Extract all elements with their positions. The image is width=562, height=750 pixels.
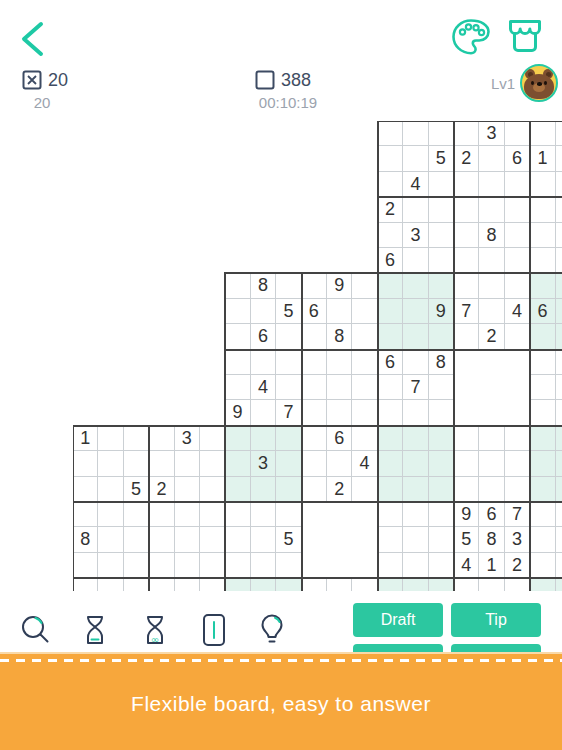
sudoku-cell[interactable]: 8 xyxy=(429,350,454,375)
sudoku-cell[interactable] xyxy=(403,324,428,349)
sudoku-cell[interactable] xyxy=(251,400,276,425)
sudoku-cell[interactable] xyxy=(556,527,562,552)
sudoku-cell[interactable] xyxy=(276,350,301,375)
sudoku-cell[interactable]: 2 xyxy=(149,477,174,502)
sudoku-cell[interactable]: 3 xyxy=(479,121,504,146)
sudoku-cell[interactable] xyxy=(149,553,174,578)
sudoku-cell[interactable] xyxy=(429,400,454,425)
timer: 00:10:19 xyxy=(243,94,333,111)
sudoku-cell[interactable] xyxy=(429,248,454,273)
sudoku-cell[interactable]: 1 xyxy=(530,146,555,171)
sudoku-cell[interactable]: 8 xyxy=(327,324,352,349)
hourglass-infinity-icon[interactable]: ∞ xyxy=(138,610,172,650)
sudoku-cell[interactable] xyxy=(124,527,149,552)
draft-button[interactable]: Draft xyxy=(353,603,443,637)
sudoku-cell[interactable] xyxy=(479,172,504,197)
hourglass-icon[interactable] xyxy=(78,610,112,650)
sudoku-cell[interactable] xyxy=(327,578,352,591)
sudoku-cell[interactable]: 8 xyxy=(73,527,98,552)
sudoku-cell[interactable] xyxy=(454,578,479,591)
sudoku-cell[interactable] xyxy=(505,426,530,451)
sudoku-cell[interactable] xyxy=(505,451,530,476)
sudoku-cell[interactable] xyxy=(556,172,562,197)
sudoku-cell[interactable] xyxy=(302,578,327,591)
sudoku-cell[interactable] xyxy=(403,527,428,552)
sudoku-cell[interactable] xyxy=(556,553,562,578)
sudoku-cell[interactable] xyxy=(479,248,504,273)
sudoku-cell[interactable]: 6 xyxy=(378,248,403,273)
sudoku-cell[interactable] xyxy=(352,578,377,591)
sudoku-cell[interactable]: 8 xyxy=(479,223,504,248)
sudoku-cell[interactable] xyxy=(276,375,301,400)
sudoku-cell[interactable] xyxy=(505,223,530,248)
sudoku-cell[interactable] xyxy=(225,426,250,451)
sudoku-cell[interactable] xyxy=(276,553,301,578)
sudoku-cell[interactable] xyxy=(200,502,225,527)
bear-nose xyxy=(537,82,542,86)
sudoku-cell[interactable]: 9 xyxy=(225,400,250,425)
sudoku-cell[interactable] xyxy=(530,477,555,502)
sudoku-cell[interactable] xyxy=(251,299,276,324)
sudoku-cell[interactable] xyxy=(479,451,504,476)
sudoku-cell[interactable] xyxy=(276,451,301,476)
app-screen: 20 20 388 00:10:19 Lv1 35261423868956974… xyxy=(0,0,562,750)
sudoku-cell[interactable] xyxy=(403,451,428,476)
sudoku-cell[interactable] xyxy=(276,502,301,527)
sudoku-cell[interactable]: 3 xyxy=(505,527,530,552)
sudoku-cell[interactable] xyxy=(276,578,301,591)
sudoku-cell[interactable] xyxy=(556,197,562,222)
sudoku-cell[interactable] xyxy=(225,578,250,591)
sudoku-cell[interactable] xyxy=(556,477,562,502)
sudoku-cell[interactable] xyxy=(403,273,428,298)
sudoku-cell[interactable] xyxy=(454,121,479,146)
sudoku-cell[interactable]: 4 xyxy=(403,172,428,197)
note-icon[interactable] xyxy=(197,610,231,650)
sudoku-cell[interactable] xyxy=(556,248,562,273)
sudoku-cell[interactable] xyxy=(225,273,250,298)
sudoku-cell[interactable] xyxy=(98,553,123,578)
sudoku-cell[interactable] xyxy=(98,502,123,527)
sudoku-cell[interactable] xyxy=(352,273,377,298)
sudoku-cell[interactable] xyxy=(454,451,479,476)
sudoku-cell[interactable] xyxy=(403,299,428,324)
sudoku-cell[interactable] xyxy=(327,299,352,324)
sudoku-cell[interactable] xyxy=(429,375,454,400)
avatar[interactable] xyxy=(520,64,558,102)
sudoku-cell[interactable] xyxy=(479,273,504,298)
sudoku-cell[interactable] xyxy=(505,324,530,349)
sudoku-cell[interactable]: 3 xyxy=(403,223,428,248)
sudoku-cell[interactable] xyxy=(429,121,454,146)
sudoku-cell[interactable] xyxy=(378,578,403,591)
sudoku-cell[interactable] xyxy=(378,299,403,324)
mistakes-icon xyxy=(22,70,42,90)
sudoku-cell[interactable] xyxy=(403,578,428,591)
sudoku-cell[interactable] xyxy=(251,350,276,375)
sudoku-cell[interactable] xyxy=(302,350,327,375)
sudoku-cell[interactable] xyxy=(403,197,428,222)
sudoku-cell[interactable] xyxy=(225,375,250,400)
sudoku-cell[interactable]: 6 xyxy=(479,502,504,527)
sudoku-cell[interactable] xyxy=(73,553,98,578)
sudoku-cell[interactable] xyxy=(149,426,174,451)
sudoku-cell[interactable] xyxy=(378,146,403,171)
sudoku-cell[interactable] xyxy=(327,375,352,400)
sudoku-cell[interactable] xyxy=(530,553,555,578)
sudoku-cell[interactable]: 2 xyxy=(505,553,530,578)
sudoku-cell[interactable] xyxy=(505,197,530,222)
sudoku-cell[interactable] xyxy=(225,527,250,552)
sudoku-cell[interactable] xyxy=(429,527,454,552)
sudoku-cell[interactable] xyxy=(403,477,428,502)
sudoku-cell[interactable]: 8 xyxy=(479,527,504,552)
shop-icon[interactable] xyxy=(505,16,545,58)
mistakes-sub: 20 xyxy=(20,94,64,111)
sudoku-cell[interactable] xyxy=(251,527,276,552)
sudoku-cell[interactable] xyxy=(327,400,352,425)
sudoku-cell[interactable] xyxy=(530,578,555,591)
sudoku-cell[interactable] xyxy=(378,172,403,197)
sudoku-cell[interactable] xyxy=(530,197,555,222)
sudoku-cell[interactable] xyxy=(505,273,530,298)
sudoku-cell[interactable] xyxy=(302,324,327,349)
sudoku-cell[interactable] xyxy=(429,324,454,349)
sudoku-cell[interactable] xyxy=(175,553,200,578)
sudoku-cell[interactable] xyxy=(352,426,377,451)
sudoku-cell[interactable] xyxy=(403,121,428,146)
sudoku-cell[interactable] xyxy=(225,350,250,375)
sudoku-cell[interactable]: 8 xyxy=(251,273,276,298)
sudoku-cell[interactable] xyxy=(378,324,403,349)
sudoku-cell[interactable] xyxy=(454,223,479,248)
sudoku-cell[interactable] xyxy=(556,121,562,146)
sudoku-cell[interactable] xyxy=(429,553,454,578)
sudoku-cell[interactable] xyxy=(327,350,352,375)
board: 3526142386895697466826847971363452296785… xyxy=(73,121,562,591)
sudoku-cell[interactable] xyxy=(378,273,403,298)
sudoku-cell[interactable] xyxy=(200,451,225,476)
mistakes-count: 20 xyxy=(48,70,68,91)
sudoku-cell[interactable] xyxy=(149,451,174,476)
sudoku-cell[interactable] xyxy=(530,426,555,451)
sudoku-cell[interactable] xyxy=(454,426,479,451)
sudoku-cell[interactable]: 7 xyxy=(403,375,428,400)
sudoku-cell[interactable] xyxy=(200,578,225,591)
sudoku-cell[interactable] xyxy=(352,400,377,425)
sudoku-cell[interactable] xyxy=(98,426,123,451)
sudoku-cell[interactable] xyxy=(302,400,327,425)
sudoku-cell[interactable] xyxy=(251,502,276,527)
sudoku-cell[interactable]: 6 xyxy=(251,324,276,349)
sudoku-cell[interactable] xyxy=(429,477,454,502)
sudoku-cell[interactable] xyxy=(530,121,555,146)
sudoku-cell[interactable] xyxy=(302,451,327,476)
sudoku-cell[interactable] xyxy=(225,299,250,324)
sudoku-cell[interactable] xyxy=(225,502,250,527)
sudoku-cell[interactable] xyxy=(556,578,562,591)
sudoku-cell[interactable] xyxy=(124,426,149,451)
sudoku-cell[interactable]: 7 xyxy=(454,299,479,324)
sudoku-cell[interactable] xyxy=(378,375,403,400)
sudoku-cell[interactable] xyxy=(175,477,200,502)
svg-text:∞: ∞ xyxy=(151,634,159,645)
sudoku-cell[interactable] xyxy=(479,477,504,502)
sudoku-cell[interactable] xyxy=(505,477,530,502)
sudoku-cell[interactable] xyxy=(378,553,403,578)
sudoku-cell[interactable]: 6 xyxy=(327,426,352,451)
sudoku-cell[interactable] xyxy=(505,248,530,273)
sudoku-cell[interactable] xyxy=(251,578,276,591)
sudoku-cell[interactable] xyxy=(225,553,250,578)
sudoku-cell[interactable] xyxy=(175,527,200,552)
sudoku-cell[interactable] xyxy=(429,223,454,248)
sudoku-cell[interactable]: 3 xyxy=(251,451,276,476)
sudoku-cell[interactable] xyxy=(276,477,301,502)
sudoku-cell[interactable] xyxy=(403,502,428,527)
remaining-count: 388 xyxy=(281,70,311,91)
sudoku-cell[interactable]: 1 xyxy=(73,426,98,451)
sudoku-cell[interactable] xyxy=(403,400,428,425)
sudoku-cell[interactable]: 6 xyxy=(378,350,403,375)
sudoku-cell[interactable] xyxy=(556,299,562,324)
sudoku-cell[interactable] xyxy=(302,375,327,400)
promo-banner: Flexible board, easy to answer xyxy=(0,652,562,750)
sudoku-cell[interactable] xyxy=(378,426,403,451)
sudoku-cell[interactable] xyxy=(454,477,479,502)
sudoku-cell[interactable] xyxy=(454,248,479,273)
sudoku-cell[interactable] xyxy=(225,451,250,476)
sudoku-cell[interactable] xyxy=(556,400,562,425)
sudoku-cell[interactable] xyxy=(124,553,149,578)
sudoku-cell[interactable] xyxy=(225,324,250,349)
sudoku-cell[interactable] xyxy=(556,375,562,400)
sudoku-cell[interactable]: 2 xyxy=(327,477,352,502)
sudoku-cell[interactable]: 4 xyxy=(505,299,530,324)
sudoku-cell[interactable] xyxy=(378,223,403,248)
sudoku-cell[interactable] xyxy=(556,350,562,375)
sudoku-cell[interactable] xyxy=(530,324,555,349)
sudoku-cell[interactable]: 4 xyxy=(251,375,276,400)
sudoku-cell[interactable] xyxy=(403,553,428,578)
back-icon[interactable] xyxy=(16,20,48,58)
sudoku-cell[interactable] xyxy=(429,172,454,197)
sudoku-cell[interactable] xyxy=(505,578,530,591)
sudoku-cell[interactable]: 2 xyxy=(479,324,504,349)
sudoku-cell[interactable] xyxy=(124,578,149,591)
sudoku-cell[interactable] xyxy=(149,527,174,552)
sudoku-cell[interactable]: 7 xyxy=(505,502,530,527)
sudoku-cell[interactable] xyxy=(149,502,174,527)
sudoku-cell[interactable] xyxy=(403,146,428,171)
sudoku-cell[interactable] xyxy=(429,197,454,222)
sudoku-cell[interactable] xyxy=(454,273,479,298)
sudoku-cell[interactable] xyxy=(200,553,225,578)
sudoku-cell[interactable]: 2 xyxy=(454,146,479,171)
sudoku-cell[interactable] xyxy=(530,172,555,197)
sudoku-cell[interactable] xyxy=(352,324,377,349)
sudoku-cell[interactable] xyxy=(200,426,225,451)
sudoku-cell[interactable] xyxy=(302,273,327,298)
sudoku-cell[interactable] xyxy=(556,426,562,451)
sudoku-cell[interactable] xyxy=(251,426,276,451)
sudoku-cell[interactable] xyxy=(429,502,454,527)
sudoku-cell[interactable] xyxy=(352,299,377,324)
sudoku-cell[interactable] xyxy=(251,477,276,502)
sudoku-cell[interactable] xyxy=(429,273,454,298)
sudoku-cell[interactable] xyxy=(276,273,301,298)
sudoku-cell[interactable] xyxy=(505,172,530,197)
sudoku-cell[interactable] xyxy=(149,578,174,591)
sudoku-cell[interactable] xyxy=(378,477,403,502)
remaining-icon xyxy=(255,70,275,90)
sudoku-cell[interactable]: 2 xyxy=(378,197,403,222)
sudoku-cell[interactable] xyxy=(251,553,276,578)
sudoku-cell[interactable] xyxy=(556,502,562,527)
sudoku-cell[interactable] xyxy=(73,578,98,591)
sudoku-cell[interactable] xyxy=(98,451,123,476)
sudoku-cell[interactable] xyxy=(429,451,454,476)
sudoku-cell[interactable] xyxy=(378,121,403,146)
sudoku-cell[interactable] xyxy=(124,451,149,476)
sudoku-cell[interactable]: 6 xyxy=(505,146,530,171)
sudoku-cell[interactable]: 6 xyxy=(530,299,555,324)
banner-dashed-line xyxy=(0,659,562,662)
sudoku-cell[interactable] xyxy=(556,273,562,298)
sudoku-cell[interactable] xyxy=(175,578,200,591)
sudoku-cell[interactable] xyxy=(302,426,327,451)
sudoku-cell[interactable] xyxy=(530,400,555,425)
sudoku-cell[interactable]: 1 xyxy=(479,553,504,578)
banner-text: Flexible board, easy to answer xyxy=(0,692,562,716)
sudoku-cell[interactable]: 9 xyxy=(454,502,479,527)
sudoku-cell[interactable] xyxy=(200,527,225,552)
sudoku-cell[interactable] xyxy=(352,375,377,400)
sudoku-cell[interactable] xyxy=(479,426,504,451)
sudoku-cell[interactable] xyxy=(530,273,555,298)
sudoku-cell[interactable] xyxy=(175,502,200,527)
sudoku-cell[interactable] xyxy=(403,248,428,273)
sudoku-cell[interactable] xyxy=(530,375,555,400)
sudoku-cell[interactable] xyxy=(530,502,555,527)
sudoku-cell[interactable] xyxy=(175,451,200,476)
bear-eye xyxy=(544,81,547,85)
sudoku-cell[interactable] xyxy=(556,146,562,171)
sudoku-cell[interactable] xyxy=(98,477,123,502)
sudoku-cell[interactable] xyxy=(479,146,504,171)
sudoku-cell[interactable] xyxy=(403,426,428,451)
sudoku-cell[interactable]: 6 xyxy=(302,299,327,324)
bulb-icon[interactable] xyxy=(255,610,289,650)
sudoku-cell[interactable] xyxy=(556,324,562,349)
sudoku-cell[interactable] xyxy=(530,451,555,476)
sudoku-cell[interactable] xyxy=(225,477,250,502)
sudoku-cell[interactable] xyxy=(73,451,98,476)
sudoku-cell[interactable] xyxy=(530,350,555,375)
sudoku-cell[interactable]: 7 xyxy=(276,400,301,425)
sudoku-cell[interactable] xyxy=(530,248,555,273)
sudoku-cell[interactable] xyxy=(454,324,479,349)
sudoku-cell[interactable] xyxy=(352,477,377,502)
sudoku-cell[interactable] xyxy=(505,121,530,146)
sudoku-cell[interactable] xyxy=(454,172,479,197)
sudoku-cell[interactable] xyxy=(276,324,301,349)
sudoku-cell[interactable]: 4 xyxy=(352,451,377,476)
sudoku-cell[interactable]: 5 xyxy=(276,527,301,552)
sudoku-cell[interactable] xyxy=(378,502,403,527)
sudoku-cell[interactable] xyxy=(429,426,454,451)
sudoku-cell[interactable] xyxy=(276,426,301,451)
sudoku-cell[interactable] xyxy=(378,527,403,552)
tip-button[interactable]: Tip xyxy=(451,603,541,637)
sudoku-cell[interactable] xyxy=(530,527,555,552)
sudoku-cell[interactable] xyxy=(556,223,562,248)
sudoku-cell[interactable] xyxy=(98,578,123,591)
sudoku-cell[interactable] xyxy=(479,299,504,324)
sudoku-cell[interactable]: 9 xyxy=(327,273,352,298)
sudoku-cell[interactable]: 5 xyxy=(429,146,454,171)
sudoku-cell[interactable] xyxy=(73,502,98,527)
sudoku-cell[interactable]: 5 xyxy=(276,299,301,324)
sudoku-cell[interactable] xyxy=(327,451,352,476)
magnifier-icon[interactable] xyxy=(19,610,53,650)
sudoku-cell[interactable] xyxy=(124,502,149,527)
sudoku-cell[interactable] xyxy=(454,197,479,222)
sudoku-cell[interactable]: 9 xyxy=(429,299,454,324)
sudoku-cell[interactable] xyxy=(73,477,98,502)
sudoku-cell[interactable]: 4 xyxy=(454,553,479,578)
sudoku-cell[interactable] xyxy=(530,223,555,248)
sudoku-cell[interactable] xyxy=(200,477,225,502)
sudoku-cell[interactable] xyxy=(352,350,377,375)
sudoku-cell[interactable] xyxy=(556,451,562,476)
sudoku-cell[interactable] xyxy=(479,578,504,591)
sudoku-cell[interactable] xyxy=(98,527,123,552)
sudoku-cell[interactable]: 3 xyxy=(175,426,200,451)
sudoku-cell[interactable]: 5 xyxy=(454,527,479,552)
level-badge: Lv1 xyxy=(491,75,515,92)
sudoku-cell[interactable] xyxy=(479,197,504,222)
sudoku-cell[interactable]: 5 xyxy=(124,477,149,502)
sudoku-cell[interactable] xyxy=(378,451,403,476)
sudoku-cell[interactable] xyxy=(429,578,454,591)
sudoku-cell[interactable] xyxy=(403,350,428,375)
palette-icon[interactable] xyxy=(449,15,493,59)
sudoku-cell[interactable] xyxy=(378,400,403,425)
sudoku-cell[interactable] xyxy=(302,477,327,502)
